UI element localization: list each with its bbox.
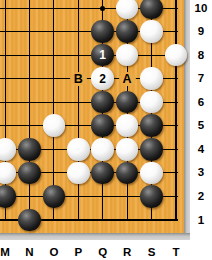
col-coord-P: P bbox=[70, 246, 86, 259]
point-Q8[interactable]: 1 bbox=[91, 43, 115, 67]
point-N8[interactable] bbox=[17, 43, 41, 67]
point-P3[interactable] bbox=[66, 161, 90, 185]
point-Q10[interactable] bbox=[91, 0, 115, 20]
point-M9[interactable] bbox=[0, 20, 17, 44]
row-coord-1: 1 bbox=[190, 214, 212, 227]
stone-black-O2 bbox=[43, 185, 66, 208]
point-R10[interactable] bbox=[115, 0, 139, 20]
point-N2[interactable] bbox=[17, 185, 41, 209]
stone-black-S4 bbox=[140, 138, 163, 161]
point-Q1[interactable] bbox=[91, 208, 115, 232]
point-Q7[interactable]: 2 bbox=[91, 67, 115, 91]
row-coord-7: 7 bbox=[190, 72, 212, 85]
col-coord-T: T bbox=[168, 246, 184, 259]
point-Q3[interactable] bbox=[91, 161, 115, 185]
point-Q5[interactable] bbox=[91, 114, 115, 138]
point-M8[interactable] bbox=[0, 43, 17, 67]
stone-white-R5 bbox=[116, 114, 139, 137]
board-label-A: A bbox=[119, 72, 136, 86]
stone-white-M3 bbox=[0, 162, 16, 185]
point-M1[interactable] bbox=[0, 208, 17, 232]
point-M4[interactable] bbox=[0, 137, 17, 161]
point-R7[interactable]: A bbox=[115, 67, 139, 91]
point-S7[interactable] bbox=[139, 67, 163, 91]
stone-black-S5 bbox=[140, 114, 163, 137]
point-R3[interactable] bbox=[115, 161, 139, 185]
stone-black-R3 bbox=[116, 162, 139, 185]
row-coord-5: 5 bbox=[190, 119, 212, 132]
point-P6[interactable] bbox=[66, 90, 90, 114]
point-Q9[interactable] bbox=[91, 20, 115, 44]
stone-white-R8 bbox=[116, 44, 139, 67]
point-M10[interactable] bbox=[0, 0, 17, 20]
point-S8[interactable] bbox=[139, 43, 163, 67]
point-P8[interactable] bbox=[66, 43, 90, 67]
stone-white-O5 bbox=[43, 114, 66, 137]
point-P5[interactable] bbox=[66, 114, 90, 138]
stone-black-N4 bbox=[18, 138, 41, 161]
point-O7[interactable] bbox=[42, 67, 66, 91]
point-T7[interactable] bbox=[164, 67, 188, 91]
point-Q4[interactable] bbox=[91, 137, 115, 161]
board-points: 1B2A bbox=[0, 0, 188, 232]
go-diagram: 1B2A 10987654321MNOPQRST bbox=[0, 0, 212, 260]
point-T4[interactable] bbox=[164, 137, 188, 161]
col-coord-O: O bbox=[46, 246, 62, 259]
point-M6[interactable] bbox=[0, 90, 17, 114]
point-P4[interactable] bbox=[66, 137, 90, 161]
stone-white-M4 bbox=[0, 138, 16, 161]
col-coord-M: M bbox=[0, 246, 13, 259]
stone-black-Q9 bbox=[91, 20, 114, 43]
point-S3[interactable] bbox=[139, 161, 163, 185]
col-coord-R: R bbox=[119, 246, 135, 259]
point-N7[interactable] bbox=[17, 67, 41, 91]
stone-white-R10 bbox=[116, 0, 139, 19]
point-T8[interactable] bbox=[164, 43, 188, 67]
point-M2[interactable] bbox=[0, 185, 17, 209]
point-M7[interactable] bbox=[0, 67, 17, 91]
stone-white-S7 bbox=[140, 67, 163, 90]
row-coord-9: 9 bbox=[190, 25, 212, 38]
point-S10[interactable] bbox=[139, 0, 163, 20]
stone-white-T8 bbox=[165, 44, 188, 67]
stone-white-S9 bbox=[140, 20, 163, 43]
stone-white-P3 bbox=[67, 162, 90, 185]
stone-white-S6 bbox=[140, 91, 163, 114]
stone-white-Q7: 2 bbox=[91, 67, 114, 90]
row-coord-3: 3 bbox=[190, 166, 212, 179]
stone-black-Q8: 1 bbox=[91, 44, 114, 67]
point-S1[interactable] bbox=[139, 208, 163, 232]
stone-white-P4 bbox=[67, 138, 90, 161]
point-O10[interactable] bbox=[42, 0, 66, 20]
stone-white-R4 bbox=[116, 138, 139, 161]
stone-white-S3 bbox=[140, 162, 163, 185]
point-P2[interactable] bbox=[66, 185, 90, 209]
row-coord-4: 4 bbox=[190, 143, 212, 156]
point-O4[interactable] bbox=[42, 137, 66, 161]
point-S9[interactable] bbox=[139, 20, 163, 44]
row-coord-6: 6 bbox=[190, 96, 212, 109]
point-R9[interactable] bbox=[115, 20, 139, 44]
row-coord-2: 2 bbox=[190, 190, 212, 203]
point-N1[interactable] bbox=[17, 208, 41, 232]
point-N4[interactable] bbox=[17, 137, 41, 161]
point-O5[interactable] bbox=[42, 114, 66, 138]
point-M3[interactable] bbox=[0, 161, 17, 185]
point-T9[interactable] bbox=[164, 20, 188, 44]
board-label-B: B bbox=[70, 72, 87, 86]
move-number-2: 2 bbox=[99, 73, 106, 85]
point-T5[interactable] bbox=[164, 114, 188, 138]
point-M5[interactable] bbox=[0, 114, 17, 138]
point-S4[interactable] bbox=[139, 137, 163, 161]
point-N5[interactable] bbox=[17, 114, 41, 138]
stone-black-Q3 bbox=[91, 162, 114, 185]
stone-black-S10 bbox=[140, 0, 163, 19]
stone-black-R6 bbox=[116, 91, 139, 114]
point-Q2[interactable] bbox=[91, 185, 115, 209]
stone-black-N1 bbox=[18, 209, 41, 232]
point-T3[interactable] bbox=[164, 161, 188, 185]
stone-black-Q6 bbox=[91, 91, 114, 114]
point-P7[interactable]: B bbox=[66, 67, 90, 91]
move-number-1: 1 bbox=[99, 49, 106, 61]
point-P9[interactable] bbox=[66, 20, 90, 44]
col-coord-N: N bbox=[21, 246, 37, 259]
point-O2[interactable] bbox=[42, 185, 66, 209]
point-N6[interactable] bbox=[17, 90, 41, 114]
point-S5[interactable] bbox=[139, 114, 163, 138]
col-coord-Q: Q bbox=[95, 246, 111, 259]
board-edge-bottom bbox=[0, 233, 190, 240]
point-R5[interactable] bbox=[115, 114, 139, 138]
point-O9[interactable] bbox=[42, 20, 66, 44]
point-S6[interactable] bbox=[139, 90, 163, 114]
point-O1[interactable] bbox=[42, 208, 66, 232]
point-O3[interactable] bbox=[42, 161, 66, 185]
stone-black-M2 bbox=[0, 185, 16, 208]
point-Q6[interactable] bbox=[91, 90, 115, 114]
point-O8[interactable] bbox=[42, 43, 66, 67]
point-N9[interactable] bbox=[17, 20, 41, 44]
point-T10[interactable] bbox=[164, 0, 188, 20]
point-T1[interactable] bbox=[164, 208, 188, 232]
stone-black-N3 bbox=[18, 162, 41, 185]
stone-black-S2 bbox=[140, 185, 163, 208]
row-coord-10: 10 bbox=[190, 2, 212, 15]
point-P10[interactable] bbox=[66, 0, 90, 20]
point-T2[interactable] bbox=[164, 185, 188, 209]
point-S2[interactable] bbox=[139, 185, 163, 209]
point-N3[interactable] bbox=[17, 161, 41, 185]
stone-black-R9 bbox=[116, 20, 139, 43]
point-R6[interactable] bbox=[115, 90, 139, 114]
point-R2[interactable] bbox=[115, 185, 139, 209]
point-P1[interactable] bbox=[66, 208, 90, 232]
point-T6[interactable] bbox=[164, 90, 188, 114]
point-R4[interactable] bbox=[115, 137, 139, 161]
stone-black-Q5 bbox=[91, 114, 114, 137]
point-N10[interactable] bbox=[17, 0, 41, 20]
col-coord-S: S bbox=[144, 246, 160, 259]
stone-white-Q4 bbox=[91, 138, 114, 161]
point-O6[interactable] bbox=[42, 90, 66, 114]
row-coord-8: 8 bbox=[190, 49, 212, 62]
point-R1[interactable] bbox=[115, 208, 139, 232]
point-R8[interactable] bbox=[115, 43, 139, 67]
